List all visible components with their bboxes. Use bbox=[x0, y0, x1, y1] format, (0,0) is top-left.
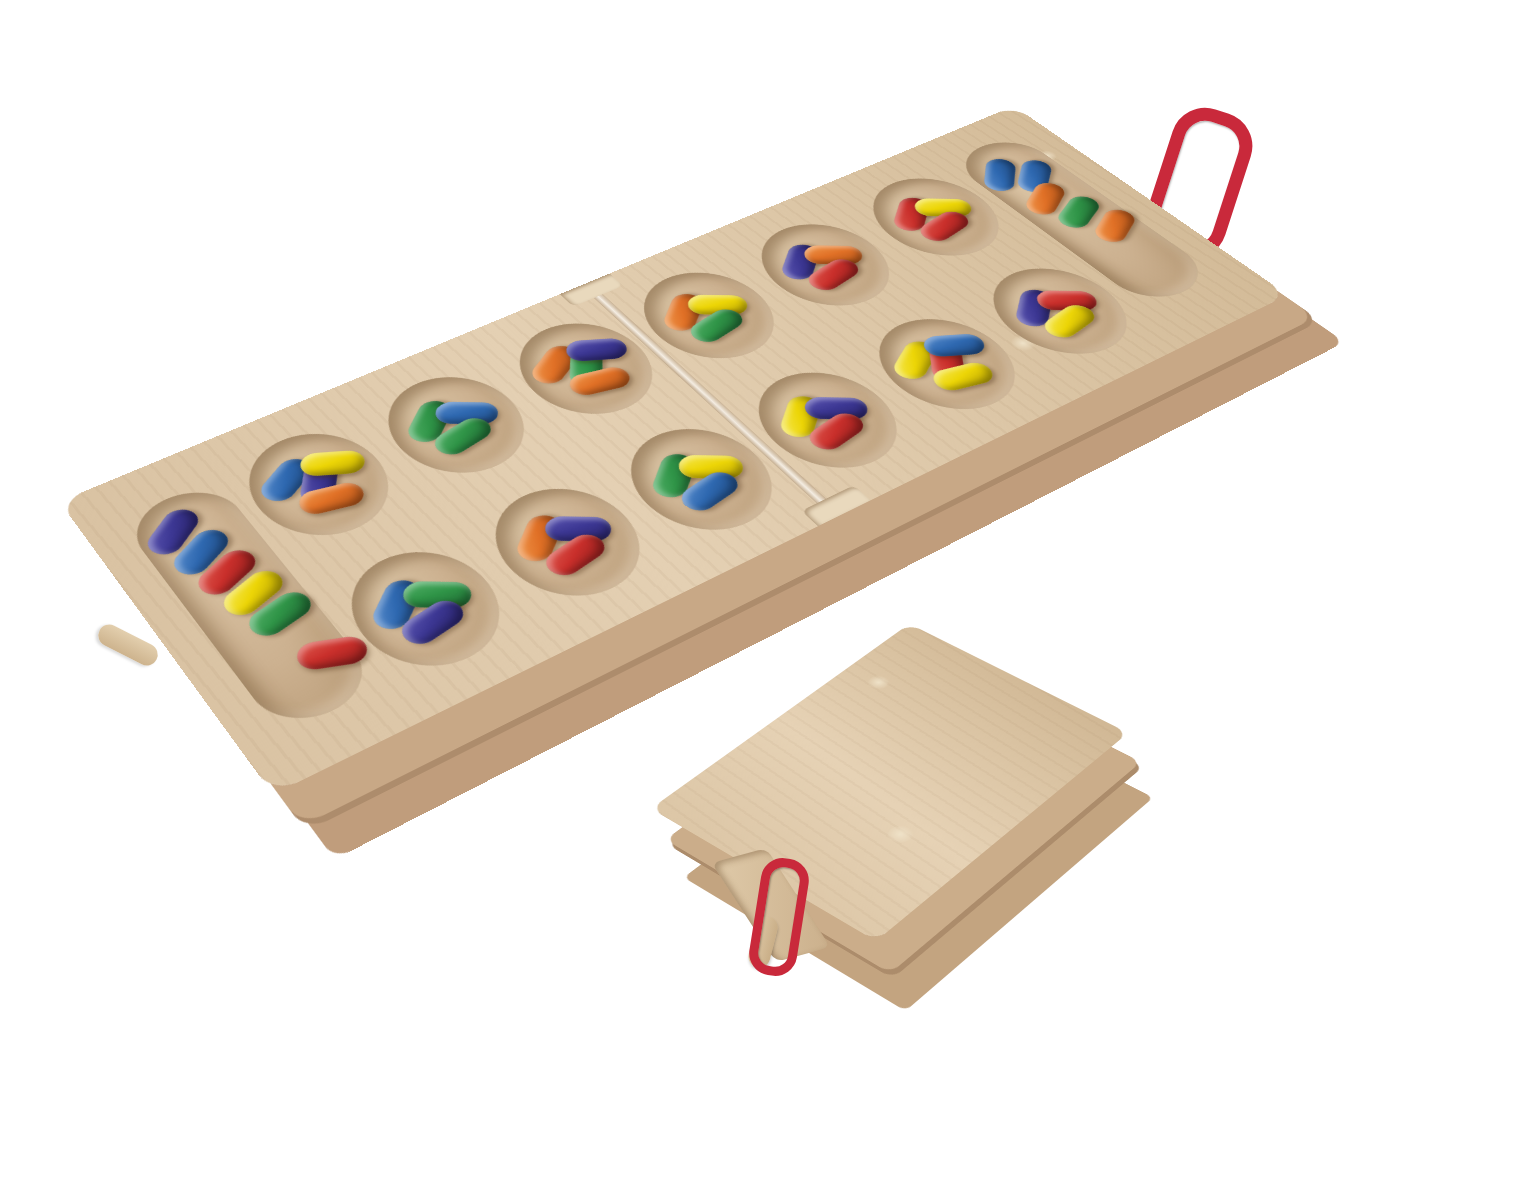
board-surface bbox=[59, 106, 1287, 795]
scene bbox=[0, 0, 1513, 1200]
hinge-notch-back bbox=[560, 273, 623, 306]
seed-blue bbox=[984, 158, 1017, 193]
open-mancala-board bbox=[0, 0, 1513, 1200]
